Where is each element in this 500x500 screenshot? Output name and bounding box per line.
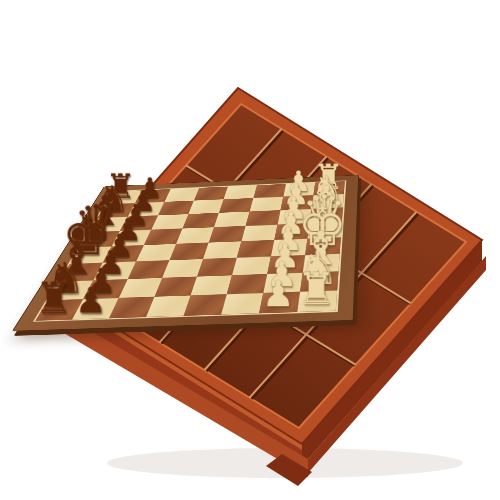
square-f4[interactable]	[197, 258, 237, 277]
chess-board-grid: ♜♟♟♜♞♟♟♞♝♟♟♝♛♟♟♛♚♟♟♚♝♟♟♝♞♟♟♞♜♟♟♜	[33, 181, 346, 322]
square-h3[interactable]	[221, 293, 263, 315]
piece-bR-h8[interactable]: ♜	[35, 277, 73, 320]
square-f5[interactable]	[162, 259, 203, 278]
square-d4[interactable]	[209, 226, 246, 243]
square-h2[interactable]: ♟	[259, 292, 300, 314]
square-g4[interactable]	[190, 275, 232, 295]
square-f3[interactable]	[232, 256, 271, 275]
piece-wR-h1[interactable]: ♜	[297, 267, 336, 311]
square-g3[interactable]	[227, 274, 267, 294]
square-e4[interactable]	[203, 241, 241, 259]
square-h1[interactable]: ♜	[297, 290, 337, 312]
product-photo-scene: ♜♟♟♜♞♟♟♞♝♟♟♝♛♟♟♛♚♟♟♚♝♟♟♝♞♟♟♞♜♟♟♜	[0, 0, 500, 500]
square-c4[interactable]	[214, 212, 250, 228]
square-h4[interactable]	[183, 294, 226, 316]
piece-bP-h7[interactable]: ♟	[75, 283, 106, 318]
piece-wP-h2[interactable]: ♟	[262, 277, 294, 313]
square-h5[interactable]	[146, 296, 190, 318]
square-d5[interactable]	[176, 227, 214, 244]
